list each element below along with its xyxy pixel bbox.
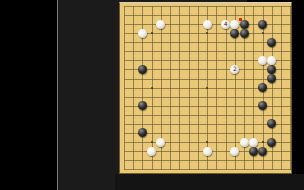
black-stone [267,65,276,74]
control-bar [115,174,304,190]
white-stone [258,56,267,65]
white-stone [240,138,249,147]
white-stone [249,138,258,147]
move-number-label: 4 [221,19,231,29]
white-stone [230,20,239,29]
grid-line [124,115,291,116]
page-background: 42 [0,0,304,190]
black-stone [249,147,258,156]
star-point [262,141,264,143]
grid-line [124,124,291,125]
white-stone [156,20,165,29]
black-stone [230,29,239,38]
move-number-label: 2 [230,64,240,74]
black-stone [138,128,147,137]
last-move-marker [239,18,242,21]
black-stone [267,119,276,128]
black-stone [240,29,249,38]
white-stone [156,138,165,147]
grid-line [124,169,291,170]
black-stone [138,65,147,74]
black-stone [267,138,276,147]
black-stone [258,147,267,156]
black-stone [267,38,276,47]
grid-line [124,133,291,134]
white-stone [203,20,212,29]
star-point [151,32,153,34]
grid-line [281,6,282,170]
black-stone [138,101,147,110]
white-stone [203,147,212,156]
star-point [206,87,208,89]
black-stone [258,20,267,29]
star-point [151,141,153,143]
app-panel: 42 [57,0,247,190]
grid-line [290,6,291,170]
grid-line [124,160,291,161]
white-stone [267,56,276,65]
black-stone [258,83,267,92]
black-stone [258,101,267,110]
white-stone [230,147,239,156]
white-stone [138,29,147,38]
grid-line [216,6,217,170]
grid-line [226,6,227,170]
black-stone [267,74,276,83]
grid-line [124,97,291,98]
star-point [151,87,153,89]
star-point [262,32,264,34]
white-stone [147,147,156,156]
goban[interactable]: 42 [119,2,292,174]
